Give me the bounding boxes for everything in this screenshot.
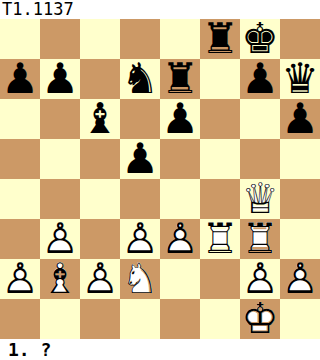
white-rook: ♖	[240, 219, 280, 259]
white-pawn: ♙	[160, 219, 200, 259]
square-f8[interactable]: ♜	[200, 19, 240, 59]
square-h1[interactable]	[280, 299, 320, 339]
puzzle-id-text: T1.1137	[2, 0, 74, 19]
black-queen: ♛	[280, 59, 320, 99]
white-king: ♔	[240, 299, 280, 339]
square-a1[interactable]	[0, 299, 40, 339]
black-king: ♚	[240, 19, 280, 59]
black-bishop: ♝	[80, 99, 120, 139]
square-e4[interactable]	[160, 179, 200, 219]
black-pawn: ♟	[120, 139, 160, 179]
square-a5[interactable]	[0, 139, 40, 179]
square-c6[interactable]: ♝	[80, 99, 120, 139]
black-rook: ♜	[160, 59, 200, 99]
white-knight-fill: ♞	[120, 259, 160, 299]
white-queen: ♕	[240, 179, 280, 219]
square-a8[interactable]	[0, 19, 40, 59]
square-h3[interactable]	[280, 219, 320, 259]
square-c8[interactable]	[80, 19, 120, 59]
black-pawn: ♟	[40, 59, 80, 99]
white-bishop-fill: ♝	[40, 259, 80, 299]
square-g1[interactable]: ♚♔	[240, 299, 280, 339]
square-a2[interactable]: ♟♙	[0, 259, 40, 299]
square-f3[interactable]: ♜♖	[200, 219, 240, 259]
black-pawn: ♟	[160, 99, 200, 139]
square-f4[interactable]	[200, 179, 240, 219]
white-queen-fill: ♛	[240, 179, 280, 219]
square-d8[interactable]	[120, 19, 160, 59]
white-pawn-fill: ♟	[240, 259, 280, 299]
square-f6[interactable]	[200, 99, 240, 139]
square-h8[interactable]	[280, 19, 320, 59]
square-g3[interactable]: ♜♖	[240, 219, 280, 259]
square-b2[interactable]: ♝♗	[40, 259, 80, 299]
square-a6[interactable]	[0, 99, 40, 139]
square-g6[interactable]	[240, 99, 280, 139]
square-b1[interactable]	[40, 299, 80, 339]
square-g2[interactable]: ♟♙	[240, 259, 280, 299]
white-rook-fill: ♜	[240, 219, 280, 259]
square-e3[interactable]: ♟♙	[160, 219, 200, 259]
square-h4[interactable]	[280, 179, 320, 219]
square-e8[interactable]	[160, 19, 200, 59]
white-knight: ♘	[120, 259, 160, 299]
white-pawn: ♙	[240, 259, 280, 299]
square-f5[interactable]	[200, 139, 240, 179]
black-pawn: ♟	[240, 59, 280, 99]
square-b7[interactable]: ♟	[40, 59, 80, 99]
square-d6[interactable]	[120, 99, 160, 139]
square-f2[interactable]	[200, 259, 240, 299]
square-f1[interactable]	[200, 299, 240, 339]
white-pawn: ♙	[0, 259, 40, 299]
square-c3[interactable]	[80, 219, 120, 259]
square-a3[interactable]	[0, 219, 40, 259]
square-b3[interactable]: ♟♙	[40, 219, 80, 259]
move-prompt-label: 1. ?	[0, 339, 320, 360]
white-pawn-fill: ♟	[0, 259, 40, 299]
square-c2[interactable]: ♟♙	[80, 259, 120, 299]
square-f7[interactable]	[200, 59, 240, 99]
move-prompt-text: 1. ?	[8, 339, 51, 360]
black-rook: ♜	[200, 19, 240, 59]
square-c4[interactable]	[80, 179, 120, 219]
square-b8[interactable]	[40, 19, 80, 59]
white-rook-fill: ♜	[200, 219, 240, 259]
square-d4[interactable]	[120, 179, 160, 219]
square-d3[interactable]: ♟♙	[120, 219, 160, 259]
square-g7[interactable]: ♟	[240, 59, 280, 99]
square-e6[interactable]: ♟	[160, 99, 200, 139]
white-pawn-fill: ♟	[120, 219, 160, 259]
square-g5[interactable]	[240, 139, 280, 179]
white-king-fill: ♚	[240, 299, 280, 339]
square-g4[interactable]: ♛♕	[240, 179, 280, 219]
square-e5[interactable]	[160, 139, 200, 179]
square-h5[interactable]	[280, 139, 320, 179]
square-b6[interactable]	[40, 99, 80, 139]
square-c1[interactable]	[80, 299, 120, 339]
square-a4[interactable]	[0, 179, 40, 219]
square-b4[interactable]	[40, 179, 80, 219]
black-pawn: ♟	[280, 99, 320, 139]
square-e7[interactable]: ♜	[160, 59, 200, 99]
square-c5[interactable]	[80, 139, 120, 179]
square-c7[interactable]	[80, 59, 120, 99]
square-h2[interactable]: ♟♙	[280, 259, 320, 299]
white-bishop: ♗	[40, 259, 80, 299]
black-knight: ♞	[120, 59, 160, 99]
white-pawn: ♙	[40, 219, 80, 259]
white-pawn: ♙	[280, 259, 320, 299]
square-d7[interactable]: ♞	[120, 59, 160, 99]
black-pawn: ♟	[0, 59, 40, 99]
square-d5[interactable]: ♟	[120, 139, 160, 179]
white-pawn: ♙	[80, 259, 120, 299]
white-pawn-fill: ♟	[280, 259, 320, 299]
square-a7[interactable]: ♟	[0, 59, 40, 99]
square-h6[interactable]: ♟	[280, 99, 320, 139]
square-e2[interactable]	[160, 259, 200, 299]
square-d2[interactable]: ♞♘	[120, 259, 160, 299]
square-d1[interactable]	[120, 299, 160, 339]
white-pawn-fill: ♟	[160, 219, 200, 259]
white-pawn-fill: ♟	[40, 219, 80, 259]
chess-board: ♜♚♟♟♞♜♟♛♝♟♟♟♛♕♟♙♟♙♟♙♜♖♜♖♟♙♝♗♟♙♞♘♟♙♟♙♚♔	[0, 19, 320, 339]
white-pawn-fill: ♟	[80, 259, 120, 299]
square-b5[interactable]	[40, 139, 80, 179]
white-pawn: ♙	[120, 219, 160, 259]
puzzle-id-label: T1.1137	[0, 0, 320, 19]
square-e1[interactable]	[160, 299, 200, 339]
white-rook: ♖	[200, 219, 240, 259]
square-h7[interactable]: ♛	[280, 59, 320, 99]
square-g8[interactable]: ♚	[240, 19, 280, 59]
